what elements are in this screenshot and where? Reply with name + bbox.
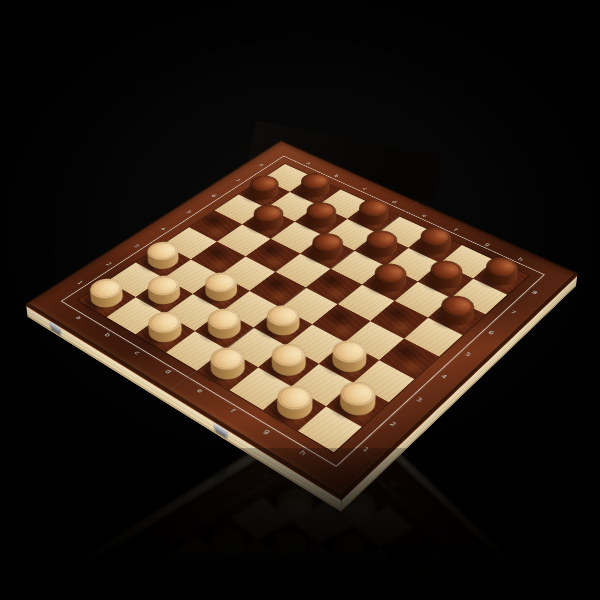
product-photo: abcdefgh abcdefgh 87654321 87654321 abcd…	[0, 0, 600, 600]
floor-gradient	[0, 448, 600, 600]
metal-latch-left	[50, 321, 61, 335]
metal-latch-right	[214, 422, 227, 437]
checkers-board: abcdefgh abcdefgh 87654321 87654321	[26, 140, 577, 497]
